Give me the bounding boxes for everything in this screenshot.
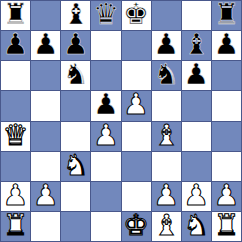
black-rook-piece: ♜ — [3, 1, 29, 29]
square-b1[interactable] — [31, 212, 60, 241]
white-king-piece: ♚ — [123, 212, 149, 240]
square-g8[interactable] — [182, 1, 211, 30]
square-c7[interactable]: ♟ — [61, 31, 90, 60]
black-pawn-piece: ♟ — [153, 31, 179, 59]
square-e7[interactable] — [122, 31, 151, 60]
white-queen-piece: ♛ — [3, 122, 29, 150]
square-g3[interactable] — [182, 152, 211, 181]
square-c2[interactable] — [61, 182, 90, 211]
black-knight-piece: ♞ — [153, 61, 179, 89]
square-d6[interactable] — [91, 61, 120, 90]
white-rook-piece: ♜ — [3, 212, 29, 240]
square-c8[interactable]: ♝ — [61, 1, 90, 30]
square-a8[interactable]: ♜ — [1, 1, 30, 30]
square-h4[interactable] — [212, 122, 241, 151]
square-a1[interactable]: ♜ — [1, 212, 30, 241]
square-h3[interactable] — [212, 152, 241, 181]
square-g1[interactable]: ♞ — [182, 212, 211, 241]
black-bishop-piece: ♝ — [63, 1, 89, 29]
black-rook-piece: ♜ — [213, 1, 239, 29]
black-knight-piece: ♞ — [63, 61, 89, 89]
square-h7[interactable]: ♟ — [212, 31, 241, 60]
square-f8[interactable] — [152, 1, 181, 30]
square-f2[interactable]: ♟ — [152, 182, 181, 211]
square-g6[interactable]: ♟ — [182, 61, 211, 90]
square-h5[interactable] — [212, 91, 241, 120]
black-queen-piece: ♛ — [93, 1, 119, 29]
square-c4[interactable] — [61, 122, 90, 151]
square-c1[interactable] — [61, 212, 90, 241]
square-e8[interactable]: ♚ — [122, 1, 151, 30]
white-pawn-piece: ♟ — [123, 91, 149, 119]
square-d3[interactable] — [91, 152, 120, 181]
square-d7[interactable] — [91, 31, 120, 60]
square-g5[interactable] — [182, 91, 211, 120]
square-c6[interactable]: ♞ — [61, 61, 90, 90]
square-h2[interactable]: ♟ — [212, 182, 241, 211]
black-pawn-piece: ♟ — [33, 31, 59, 59]
square-g4[interactable] — [182, 122, 211, 151]
square-f3[interactable] — [152, 152, 181, 181]
chess-board: ♜♝♛♚♜♟♟♟♟♝♟♞♞♟♟♟♛♟♝♞♟♟♟♟♟♜♚♝♞♜ — [0, 0, 242, 242]
black-king-piece: ♚ — [123, 1, 149, 29]
square-e3[interactable] — [122, 152, 151, 181]
square-e6[interactable] — [122, 61, 151, 90]
square-h6[interactable] — [212, 61, 241, 90]
square-e4[interactable] — [122, 122, 151, 151]
square-b6[interactable] — [31, 61, 60, 90]
square-b7[interactable]: ♟ — [31, 31, 60, 60]
black-pawn-piece: ♟ — [93, 91, 119, 119]
square-b4[interactable] — [31, 122, 60, 151]
white-pawn-piece: ♟ — [213, 182, 239, 210]
square-b5[interactable] — [31, 91, 60, 120]
square-h8[interactable]: ♜ — [212, 1, 241, 30]
square-e1[interactable]: ♚ — [122, 212, 151, 241]
square-d4[interactable]: ♟ — [91, 122, 120, 151]
square-a7[interactable]: ♟ — [1, 31, 30, 60]
square-d1[interactable] — [91, 212, 120, 241]
square-f5[interactable] — [152, 91, 181, 120]
black-pawn-piece: ♟ — [3, 31, 29, 59]
white-rook-piece: ♜ — [213, 212, 239, 240]
square-e2[interactable] — [122, 182, 151, 211]
white-pawn-piece: ♟ — [33, 182, 59, 210]
white-pawn-piece: ♟ — [3, 182, 29, 210]
square-b2[interactable]: ♟ — [31, 182, 60, 211]
white-bishop-piece: ♝ — [153, 122, 179, 150]
square-b8[interactable] — [31, 1, 60, 30]
square-g7[interactable]: ♝ — [182, 31, 211, 60]
white-bishop-piece: ♝ — [153, 212, 179, 240]
square-f4[interactable]: ♝ — [152, 122, 181, 151]
square-d8[interactable]: ♛ — [91, 1, 120, 30]
square-a4[interactable]: ♛ — [1, 122, 30, 151]
square-c3[interactable]: ♞ — [61, 152, 90, 181]
square-d2[interactable] — [91, 182, 120, 211]
square-d5[interactable]: ♟ — [91, 91, 120, 120]
square-h1[interactable]: ♜ — [212, 212, 241, 241]
square-c5[interactable] — [61, 91, 90, 120]
black-pawn-piece: ♟ — [183, 61, 209, 89]
square-a3[interactable] — [1, 152, 30, 181]
black-pawn-piece: ♟ — [63, 31, 89, 59]
square-f7[interactable]: ♟ — [152, 31, 181, 60]
white-pawn-piece: ♟ — [153, 182, 179, 210]
black-bishop-piece: ♝ — [183, 31, 209, 59]
square-a6[interactable] — [1, 61, 30, 90]
white-pawn-piece: ♟ — [93, 122, 119, 150]
white-knight-piece: ♞ — [183, 212, 209, 240]
square-f6[interactable]: ♞ — [152, 61, 181, 90]
white-knight-piece: ♞ — [63, 152, 89, 180]
square-f1[interactable]: ♝ — [152, 212, 181, 241]
white-pawn-piece: ♟ — [183, 182, 209, 210]
square-e5[interactable]: ♟ — [122, 91, 151, 120]
black-pawn-piece: ♟ — [213, 31, 239, 59]
square-a5[interactable] — [1, 91, 30, 120]
square-a2[interactable]: ♟ — [1, 182, 30, 211]
square-b3[interactable] — [31, 152, 60, 181]
square-g2[interactable]: ♟ — [182, 182, 211, 211]
